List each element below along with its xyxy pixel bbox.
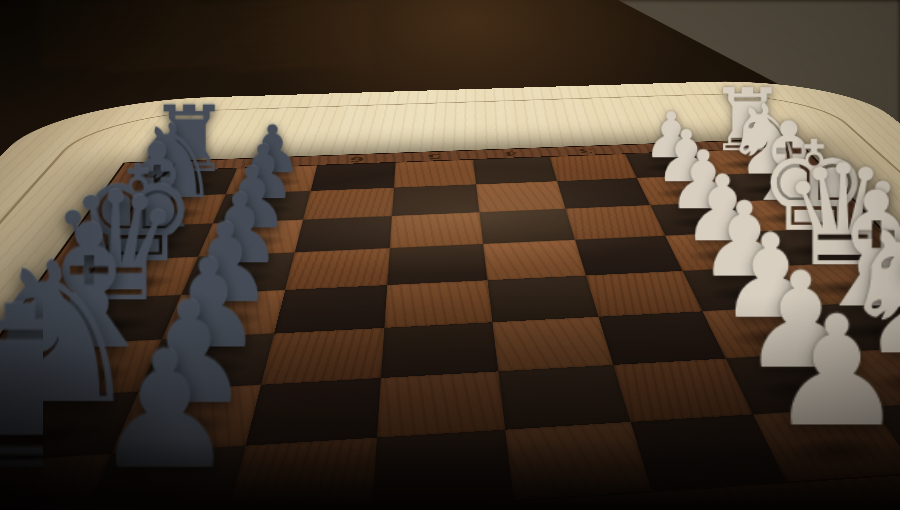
square-a5[interactable] <box>372 430 514 510</box>
square-a8[interactable]: ♜ <box>0 454 111 510</box>
chess-board[interactable]: ♜♟♟♜♞♟♟♞♝♟♟♝♚♟♟♚♛♟♟♛♝♟♟♝♞♟♟♞♜♟♟♜ <box>0 148 900 510</box>
piece-white-P-a2[interactable]: ♟ <box>767 296 900 449</box>
piece-black-R-a8[interactable]: ♜ <box>0 278 120 502</box>
square-b4[interactable] <box>498 365 630 430</box>
square-a6[interactable] <box>227 438 377 510</box>
chess-game-screenshot: ♜♟♟♜♞♟♟♞♝♟♟♝♚♟♟♚♛♟♟♛♝♟♟♝♞♟♟♞♜♟♟♜ 6543 <box>0 0 900 510</box>
square-e3[interactable] <box>575 236 683 276</box>
square-e4[interactable] <box>483 240 586 280</box>
table-surface: ♜♟♟♜♞♟♟♞♝♟♟♝♚♟♟♚♛♟♟♛♝♟♟♝♞♟♟♞♜♟♟♜ 6543 <box>0 78 900 510</box>
scene-3d: ♜♟♟♜♞♟♟♞♝♟♟♝♚♟♟♚♛♟♟♛♝♟♟♝♞♟♟♞♜♟♟♜ 6543 <box>0 0 900 510</box>
square-a4[interactable] <box>505 422 651 500</box>
square-e6[interactable] <box>285 248 390 290</box>
